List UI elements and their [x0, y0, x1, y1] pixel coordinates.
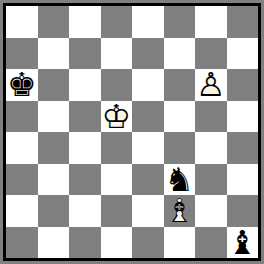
square-b7[interactable]: [38, 38, 70, 70]
square-e4[interactable]: [132, 132, 164, 164]
piece-black-bishop[interactable]: ♝: [227, 227, 259, 259]
piece-white-bishop[interactable]: ♗: [164, 195, 196, 227]
white-king-body: ♚: [101, 101, 133, 133]
square-d5[interactable]: ♚♔: [101, 101, 133, 133]
square-h6[interactable]: [227, 69, 259, 101]
square-g6[interactable]: ♟♙: [195, 69, 227, 101]
square-e8[interactable]: [132, 6, 164, 38]
square-c6[interactable]: [69, 69, 101, 101]
piece-white-king[interactable]: ♔: [101, 101, 133, 133]
square-e7[interactable]: [132, 38, 164, 70]
square-g8[interactable]: [195, 6, 227, 38]
square-f3[interactable]: ♞: [164, 164, 196, 196]
square-a3[interactable]: [6, 164, 38, 196]
square-d6[interactable]: [101, 69, 133, 101]
square-h3[interactable]: [227, 164, 259, 196]
square-a4[interactable]: [6, 132, 38, 164]
square-b6[interactable]: [38, 69, 70, 101]
square-d3[interactable]: [101, 164, 133, 196]
square-f7[interactable]: [164, 38, 196, 70]
square-e3[interactable]: [132, 164, 164, 196]
square-c3[interactable]: [69, 164, 101, 196]
square-a8[interactable]: [6, 6, 38, 38]
square-e5[interactable]: [132, 101, 164, 133]
square-g4[interactable]: [195, 132, 227, 164]
square-h2[interactable]: [227, 195, 259, 227]
square-c2[interactable]: [69, 195, 101, 227]
square-h7[interactable]: [227, 38, 259, 70]
square-e1[interactable]: [132, 227, 164, 259]
square-h5[interactable]: [227, 101, 259, 133]
square-g2[interactable]: [195, 195, 227, 227]
square-a1[interactable]: [6, 227, 38, 259]
square-d8[interactable]: [101, 6, 133, 38]
square-b4[interactable]: [38, 132, 70, 164]
chess-board-frame: ♚♟♙♚♔♞♝♗♝: [3, 3, 261, 261]
square-f4[interactable]: [164, 132, 196, 164]
square-c4[interactable]: [69, 132, 101, 164]
square-b2[interactable]: [38, 195, 70, 227]
square-c8[interactable]: [69, 6, 101, 38]
square-d7[interactable]: [101, 38, 133, 70]
square-g1[interactable]: [195, 227, 227, 259]
square-h4[interactable]: [227, 132, 259, 164]
piece-black-king[interactable]: ♚: [6, 69, 38, 101]
square-b1[interactable]: [38, 227, 70, 259]
square-g5[interactable]: [195, 101, 227, 133]
square-d2[interactable]: [101, 195, 133, 227]
square-f8[interactable]: [164, 6, 196, 38]
square-g7[interactable]: [195, 38, 227, 70]
square-b3[interactable]: [38, 164, 70, 196]
square-e6[interactable]: [132, 69, 164, 101]
square-f5[interactable]: [164, 101, 196, 133]
piece-black-knight[interactable]: ♞: [164, 164, 196, 196]
square-f2[interactable]: ♝♗: [164, 195, 196, 227]
square-e2[interactable]: [132, 195, 164, 227]
square-c7[interactable]: [69, 38, 101, 70]
piece-white-pawn[interactable]: ♙: [195, 69, 227, 101]
diagram-page: ♚♟♙♚♔♞♝♗♝: [0, 0, 264, 264]
square-a5[interactable]: [6, 101, 38, 133]
square-b5[interactable]: [38, 101, 70, 133]
square-c5[interactable]: [69, 101, 101, 133]
square-a7[interactable]: [6, 38, 38, 70]
square-d1[interactable]: [101, 227, 133, 259]
square-h8[interactable]: [227, 6, 259, 38]
white-pawn-body: ♟: [195, 69, 227, 101]
square-a6[interactable]: ♚: [6, 69, 38, 101]
square-h1[interactable]: ♝: [227, 227, 259, 259]
square-c1[interactable]: [69, 227, 101, 259]
square-b8[interactable]: [38, 6, 70, 38]
square-a2[interactable]: [6, 195, 38, 227]
square-f1[interactable]: [164, 227, 196, 259]
square-d4[interactable]: [101, 132, 133, 164]
square-g3[interactable]: [195, 164, 227, 196]
chess-board: ♚♟♙♚♔♞♝♗♝: [6, 6, 258, 258]
white-bishop-body: ♝: [164, 195, 196, 227]
square-f6[interactable]: [164, 69, 196, 101]
